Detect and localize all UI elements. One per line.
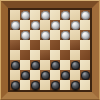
board-square[interactable] — [50, 20, 60, 30]
checker-piece-silver[interactable] — [31, 21, 40, 30]
board-square[interactable] — [70, 30, 80, 40]
board-square[interactable] — [60, 70, 70, 80]
checker-piece-black[interactable] — [11, 81, 20, 90]
board-square[interactable] — [30, 10, 40, 20]
checker-piece-silver[interactable] — [61, 11, 70, 20]
board-square[interactable] — [50, 40, 60, 50]
checker-piece-black[interactable] — [51, 81, 60, 90]
board-square[interactable] — [70, 60, 80, 70]
board-square[interactable] — [60, 80, 70, 90]
board-square[interactable] — [30, 60, 40, 70]
board-square[interactable] — [30, 20, 40, 30]
checker-piece-silver[interactable] — [41, 11, 50, 20]
board-square[interactable] — [30, 80, 40, 90]
board-square[interactable] — [80, 50, 90, 60]
board-square[interactable] — [50, 50, 60, 60]
board-square[interactable] — [10, 10, 20, 20]
checker-piece-black[interactable] — [11, 61, 20, 70]
board-square[interactable] — [80, 60, 90, 70]
board-square[interactable] — [40, 40, 50, 50]
board-square[interactable] — [80, 70, 90, 80]
board-square[interactable] — [20, 30, 30, 40]
checker-piece-silver[interactable] — [41, 31, 50, 40]
board-square[interactable] — [60, 20, 70, 30]
checker-piece-silver[interactable] — [51, 21, 60, 30]
board-square[interactable] — [40, 70, 50, 80]
checker-piece-silver[interactable] — [21, 31, 30, 40]
board-square[interactable] — [70, 10, 80, 20]
board-square[interactable] — [20, 50, 30, 60]
board-square[interactable] — [20, 70, 30, 80]
board-inner-groove — [8, 8, 92, 92]
board-square[interactable] — [70, 50, 80, 60]
board-square[interactable] — [40, 60, 50, 70]
checker-piece-silver[interactable] — [71, 21, 80, 30]
board-square[interactable] — [20, 80, 30, 90]
board-square[interactable] — [20, 20, 30, 30]
checkers-board — [0, 0, 100, 100]
board-square[interactable] — [40, 20, 50, 30]
checker-piece-black[interactable] — [31, 61, 40, 70]
board-square[interactable] — [20, 10, 30, 20]
checker-piece-silver[interactable] — [81, 11, 90, 20]
board-square[interactable] — [40, 30, 50, 40]
board-square[interactable] — [30, 40, 40, 50]
board-square[interactable] — [60, 30, 70, 40]
board-square[interactable] — [30, 30, 40, 40]
board-square[interactable] — [10, 20, 20, 30]
checker-piece-black[interactable] — [71, 81, 80, 90]
board-square[interactable] — [60, 50, 70, 60]
board-square[interactable] — [50, 60, 60, 70]
board-square[interactable] — [80, 20, 90, 30]
board-square[interactable] — [80, 10, 90, 20]
board-square[interactable] — [70, 70, 80, 80]
board-square[interactable] — [10, 40, 20, 50]
board-square[interactable] — [50, 80, 60, 90]
board-square[interactable] — [20, 40, 30, 50]
board-square[interactable] — [10, 80, 20, 90]
board-square[interactable] — [80, 40, 90, 50]
board-square[interactable] — [20, 60, 30, 70]
board-square[interactable] — [60, 10, 70, 20]
checker-piece-silver[interactable] — [81, 31, 90, 40]
board-square[interactable] — [10, 30, 20, 40]
checker-piece-black[interactable] — [71, 61, 80, 70]
board-square[interactable] — [80, 30, 90, 40]
board-square[interactable] — [10, 50, 20, 60]
board-square[interactable] — [40, 80, 50, 90]
checker-piece-black[interactable] — [21, 71, 30, 80]
board-square[interactable] — [10, 70, 20, 80]
board-square[interactable] — [60, 40, 70, 50]
board-square[interactable] — [30, 70, 40, 80]
board-square[interactable] — [70, 20, 80, 30]
board-square[interactable] — [60, 60, 70, 70]
board-square[interactable] — [10, 60, 20, 70]
board-square[interactable] — [50, 10, 60, 20]
board-square[interactable] — [40, 10, 50, 20]
board-square[interactable] — [40, 50, 50, 60]
board-square[interactable] — [70, 40, 80, 50]
checker-piece-silver[interactable] — [21, 11, 30, 20]
board-square[interactable] — [80, 80, 90, 90]
board-square[interactable] — [30, 50, 40, 60]
checker-piece-black[interactable] — [41, 71, 50, 80]
checker-piece-black[interactable] — [61, 71, 70, 80]
board-square[interactable] — [50, 30, 60, 40]
checker-piece-black[interactable] — [31, 81, 40, 90]
board-square[interactable] — [70, 80, 80, 90]
board-frame — [1, 1, 99, 99]
checker-piece-black[interactable] — [51, 61, 60, 70]
checker-piece-silver[interactable] — [61, 31, 70, 40]
board-grid — [10, 10, 90, 90]
checker-piece-black[interactable] — [81, 71, 90, 80]
checker-piece-silver[interactable] — [11, 21, 20, 30]
board-square[interactable] — [50, 70, 60, 80]
